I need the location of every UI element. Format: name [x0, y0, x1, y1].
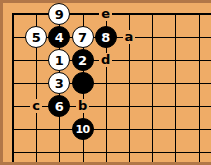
- stone-black-10: 10: [72, 118, 94, 140]
- point-label-b: b: [76, 99, 89, 113]
- point-label-a: a: [123, 30, 136, 44]
- point-label-c: c: [30, 99, 42, 113]
- stone-black-plain: [72, 72, 94, 94]
- stone-black-2: 2: [72, 49, 94, 71]
- stone-black-8: 8: [95, 26, 117, 48]
- stone-white-5: 5: [25, 26, 47, 48]
- stone-white-1: 1: [48, 49, 70, 71]
- point-label-d: d: [99, 53, 112, 67]
- stone-white-7: 7: [72, 26, 94, 48]
- point-label-e: e: [99, 7, 112, 21]
- go-diagram: 95478123610eadcb: [0, 0, 211, 165]
- stone-white-9: 9: [48, 3, 70, 25]
- stone-black-4: 4: [48, 26, 70, 48]
- go-board: 95478123610eadcb: [3, 3, 211, 162]
- stone-black-6: 6: [48, 95, 70, 117]
- board-intersections: 95478123610eadcb: [1, 3, 210, 164]
- stone-white-3: 3: [48, 72, 70, 94]
